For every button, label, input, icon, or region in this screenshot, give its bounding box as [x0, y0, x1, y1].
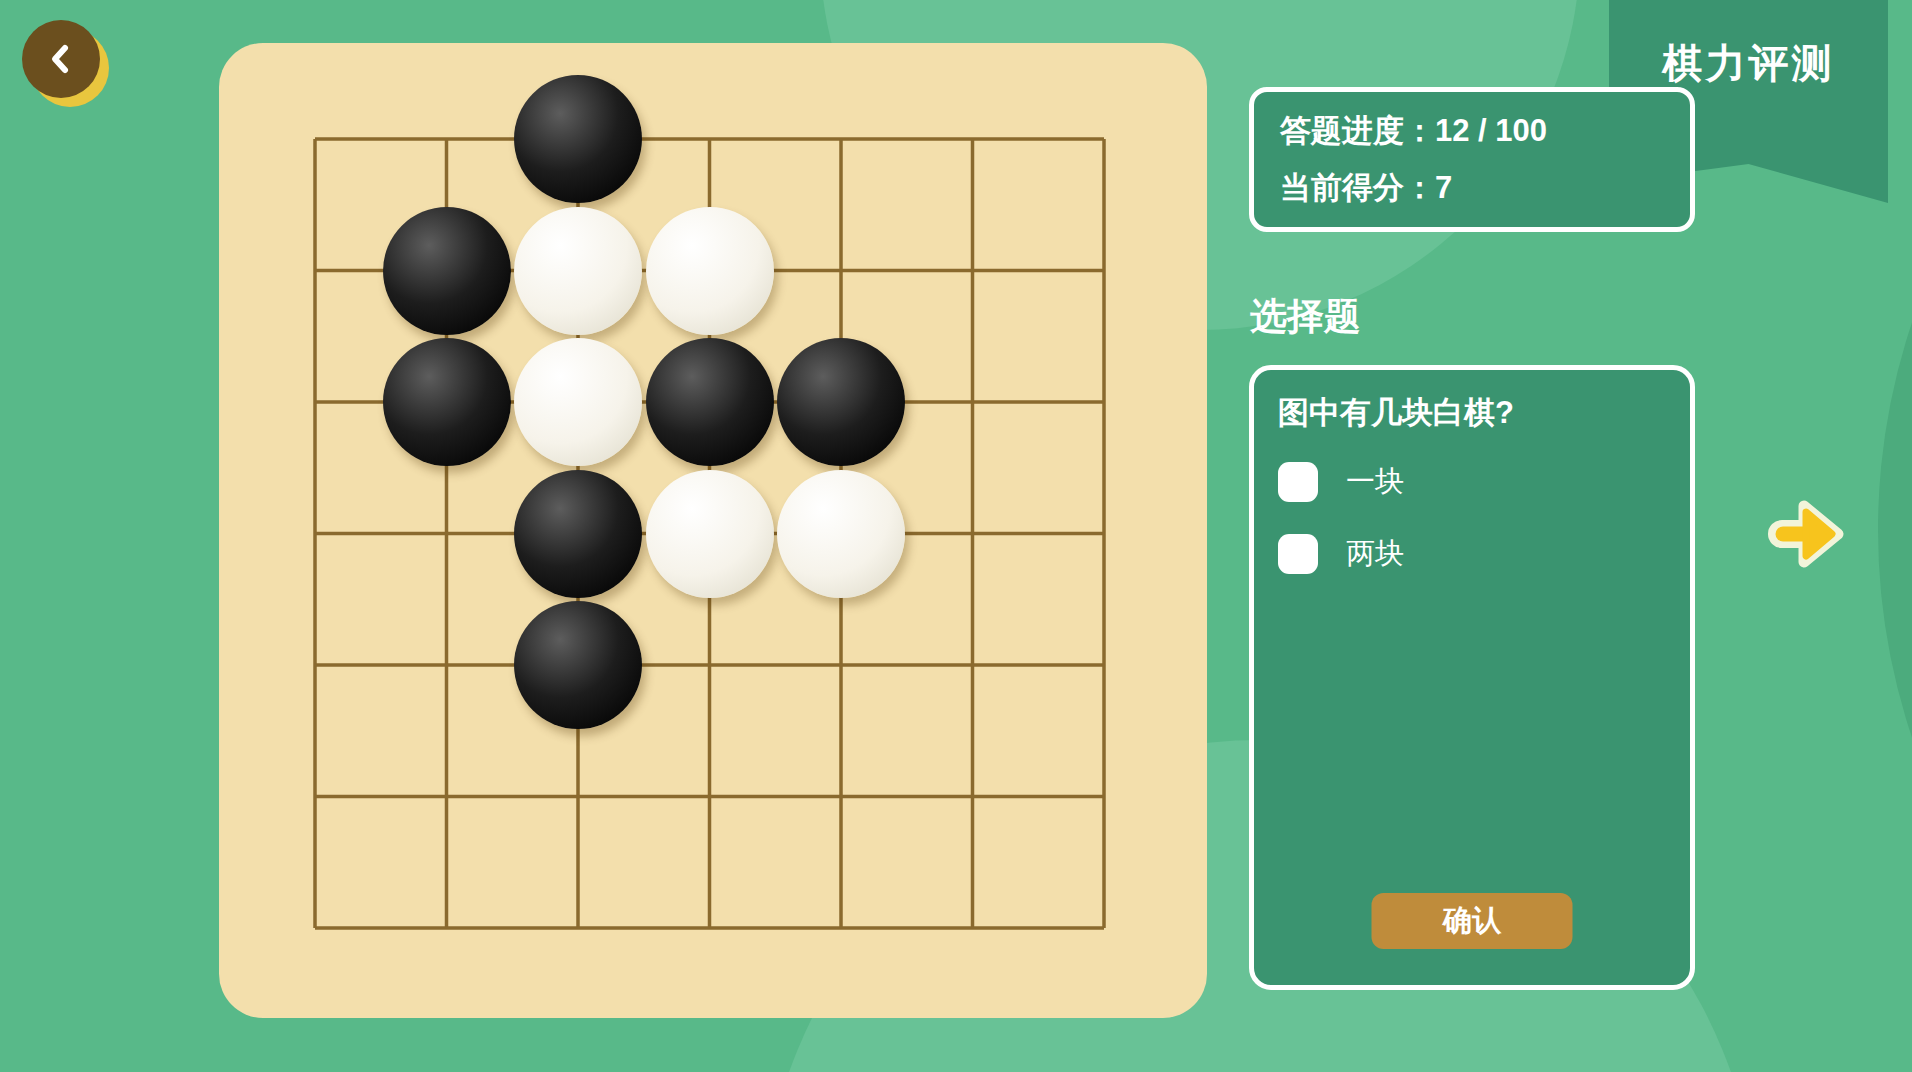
option-checkbox-1[interactable] — [1278, 462, 1318, 502]
option-row-2[interactable]: 两块 — [1278, 534, 1666, 574]
score-line: 当前得分：7 — [1280, 167, 1690, 209]
go-board — [219, 43, 1207, 1018]
go-stone-white — [514, 207, 642, 335]
option-label-1: 一块 — [1346, 462, 1404, 502]
score-value: 7 — [1435, 170, 1452, 205]
section-label: 选择题 — [1250, 292, 1361, 342]
confirm-button[interactable]: 确认 — [1372, 893, 1573, 949]
score-label: 当前得分： — [1280, 170, 1435, 205]
go-stone-white — [646, 207, 774, 335]
back-button-face — [22, 20, 100, 98]
go-stone-white — [646, 470, 774, 598]
progress-value: 12 / 100 — [1435, 113, 1547, 148]
screen: 棋力评测 答题进度：12 / 100 当前得分：7 选择题 图中有几块白棋? 一… — [0, 0, 1912, 1072]
arrow-right-icon — [1766, 490, 1854, 578]
question-text: 图中有几块白棋? — [1278, 392, 1666, 434]
go-stone-black — [383, 207, 511, 335]
question-card: 图中有几块白棋? 一块 两块 确认 — [1249, 365, 1695, 990]
go-stone-black — [514, 75, 642, 203]
go-stone-white — [514, 338, 642, 466]
scoreboard: 答题进度：12 / 100 当前得分：7 — [1249, 87, 1695, 232]
go-stone-black — [514, 470, 642, 598]
go-stone-black — [777, 338, 905, 466]
progress-line: 答题进度：12 / 100 — [1280, 110, 1690, 152]
go-stone-black — [514, 601, 642, 729]
chevron-left-icon — [43, 41, 79, 77]
option-checkbox-2[interactable] — [1278, 534, 1318, 574]
option-label-2: 两块 — [1346, 534, 1404, 574]
go-stone-black — [383, 338, 511, 466]
back-button[interactable] — [18, 16, 112, 110]
go-stone-white — [777, 470, 905, 598]
go-stone-black — [646, 338, 774, 466]
progress-label: 答题进度： — [1280, 113, 1435, 148]
next-question-button[interactable] — [1766, 490, 1854, 578]
option-row-1[interactable]: 一块 — [1278, 462, 1666, 502]
